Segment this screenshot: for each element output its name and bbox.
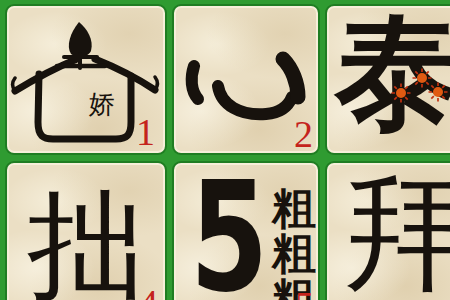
cu-character: 粗	[272, 186, 316, 231]
sun-icon	[390, 82, 412, 104]
heart-left-dot	[192, 66, 198, 99]
cell-number-4: 4	[139, 286, 158, 300]
roof-right-stroke	[95, 59, 155, 90]
bai-character: 拜	[343, 171, 450, 299]
puzzle-cell-6[interactable]: 拜	[327, 163, 450, 300]
cu-character: 粗	[272, 231, 316, 276]
jin-peak-blob	[69, 22, 92, 57]
roof-right-eave-tip	[155, 77, 157, 90]
cell-number-1: 1	[136, 115, 155, 149]
puzzle-cell-5[interactable]: 5 粗 粗 粗 5	[174, 163, 318, 300]
cell-number-5: 5	[295, 288, 314, 300]
puzzle-cell-3[interactable]: 泰	[327, 6, 450, 153]
puzzle-cell-2[interactable]: 2	[174, 6, 318, 153]
heart-right-dot	[283, 59, 298, 97]
puzzle-cell-4[interactable]: 拙 4	[7, 163, 165, 300]
sun-icon	[427, 81, 449, 103]
cu-character-stack: 粗 粗 粗	[272, 186, 316, 300]
idiom-puzzle-board: 娇 1 2 泰	[0, 0, 450, 300]
puzzle-cell-1[interactable]: 娇 1	[7, 6, 165, 153]
heart-hook-stroke	[218, 86, 292, 114]
roof-left-eave-tip	[13, 78, 15, 91]
zhuo-character: 拙	[27, 187, 145, 300]
jiao-character: 娇	[89, 92, 115, 118]
house-body-outline	[38, 74, 131, 139]
cell-number-2: 2	[294, 117, 313, 151]
digit-five: 5	[190, 165, 268, 300]
